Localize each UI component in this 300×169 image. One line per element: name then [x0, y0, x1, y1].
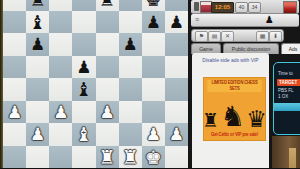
chess-sets-ad[interactable]: LIMITED EDITION CHESS SETS ♜ ♞ ♛ Get Cel…	[203, 77, 266, 141]
rook-silhouette-icon: ♜	[203, 111, 219, 130]
square-f3[interactable]	[119, 101, 142, 124]
square-g1[interactable]: ♚	[142, 146, 165, 169]
square-d1[interactable]	[72, 146, 95, 169]
white-pawn[interactable]: ♟	[142, 123, 165, 146]
white-rook[interactable]: ♜	[119, 146, 142, 169]
square-c7[interactable]	[49, 11, 72, 34]
chess-app-window: ♜♜♚♝♟♟♟♟♟♝♟♟♟♟♝♟♟♜♜♚ 12:05 40 34 ≡ ♟ ⚑▤✕…	[0, 0, 300, 168]
black-player-avatar[interactable]	[283, 1, 297, 14]
square-f8[interactable]	[119, 0, 142, 11]
black-pawn[interactable]: ♟	[72, 56, 95, 79]
knight-silhouette-icon: ♞	[220, 104, 245, 130]
download-button[interactable]: ⬇	[269, 31, 282, 42]
square-h8[interactable]	[165, 0, 188, 11]
side-ad-target-badge: TARGET	[277, 79, 300, 86]
move-list-icon[interactable]: ≡	[195, 16, 199, 24]
square-g5[interactable]	[142, 56, 165, 79]
square-e4[interactable]	[96, 78, 119, 101]
side-ad-widget[interactable]: Time to TARGET PBS FL 1 OX	[273, 62, 300, 135]
square-c8[interactable]	[49, 0, 72, 11]
square-f2[interactable]	[119, 123, 142, 146]
square-f5[interactable]	[119, 56, 142, 79]
square-c4[interactable]	[49, 78, 72, 101]
square-b3[interactable]	[26, 101, 49, 124]
white-pawn[interactable]: ♟	[26, 123, 49, 146]
square-c3[interactable]: ♟	[49, 101, 72, 124]
square-a8[interactable]	[3, 0, 26, 11]
square-d3[interactable]	[72, 101, 95, 124]
wood-background	[272, 136, 300, 168]
film-button[interactable]: ▤	[208, 31, 221, 42]
square-h3[interactable]	[165, 101, 188, 124]
square-a6[interactable]	[3, 33, 26, 56]
square-d6[interactable]	[72, 33, 95, 56]
ads-panel: Disable side ads with VIP LIMITED EDITIO…	[192, 53, 269, 168]
flag-button[interactable]: ⚑	[195, 31, 208, 42]
white-pawn[interactable]: ♟	[3, 101, 26, 124]
square-e6[interactable]	[96, 33, 119, 56]
square-e1[interactable]: ♜	[96, 146, 119, 169]
side-ad-highlight-band	[274, 103, 300, 111]
tab-ads[interactable]: Ads	[281, 43, 300, 54]
game-toolbar: ⚑▤✕▦⬇	[191, 29, 284, 42]
square-e3[interactable]: ♟	[96, 101, 119, 124]
square-h6[interactable]	[165, 33, 188, 56]
square-h7[interactable]: ♟	[165, 11, 188, 34]
white-pawn[interactable]: ♟	[96, 101, 119, 124]
black-rook[interactable]: ♜	[96, 0, 119, 11]
square-b1[interactable]	[26, 146, 49, 169]
square-a1[interactable]	[3, 146, 26, 169]
square-a3[interactable]: ♟	[3, 101, 26, 124]
square-b6[interactable]: ♟	[26, 33, 49, 56]
square-g6[interactable]	[142, 33, 165, 56]
square-b5[interactable]	[26, 56, 49, 79]
rating-button[interactable]: 34	[248, 2, 261, 13]
grid-button[interactable]: ▦	[256, 31, 269, 42]
square-e8[interactable]: ♜	[96, 0, 119, 11]
moves-bar: ≡ ♟	[191, 14, 299, 27]
square-e5[interactable]	[96, 56, 119, 79]
move-count-button[interactable]: 40	[235, 2, 248, 13]
black-bishop[interactable]: ♝	[26, 11, 49, 34]
square-b2[interactable]: ♟	[26, 123, 49, 146]
black-pawn[interactable]: ♟	[142, 11, 165, 34]
ad-cta-text[interactable]: Get Celtic or VIP pre sale!	[206, 132, 264, 137]
player-bar: 12:05 40 34	[191, 0, 299, 14]
square-f6[interactable]: ♟	[119, 33, 142, 56]
square-c5[interactable]	[49, 56, 72, 79]
white-pawn[interactable]: ♟	[49, 101, 72, 124]
square-a4[interactable]	[3, 78, 26, 101]
square-h4[interactable]	[165, 78, 188, 101]
white-pawn[interactable]: ♟	[165, 123, 188, 146]
black-bishop[interactable]: ♝	[72, 78, 95, 101]
black-pawn[interactable]: ♟	[26, 33, 49, 56]
white-king[interactable]: ♚	[142, 146, 165, 169]
square-b8[interactable]: ♜	[26, 0, 49, 11]
square-g4[interactable]	[142, 78, 165, 101]
square-d7[interactable]	[72, 11, 95, 34]
square-h5[interactable]	[165, 56, 188, 79]
black-king[interactable]: ♚	[142, 0, 165, 11]
black-pawn[interactable]: ♟	[165, 11, 188, 34]
black-pawn[interactable]: ♟	[119, 33, 142, 56]
side-ad-line3: 1 OX	[274, 94, 300, 100]
square-e2[interactable]	[96, 123, 119, 146]
square-g8[interactable]: ♚	[142, 0, 165, 11]
square-d5[interactable]: ♟	[72, 56, 95, 79]
square-g2[interactable]: ♟	[142, 123, 165, 146]
square-d8[interactable]	[72, 0, 95, 11]
square-c6[interactable]	[49, 33, 72, 56]
square-f1[interactable]: ♜	[119, 146, 142, 169]
player-bar-mini-icon[interactable]	[194, 2, 199, 11]
square-f7[interactable]	[119, 11, 142, 34]
square-b7[interactable]: ♝	[26, 11, 49, 34]
square-e7[interactable]	[96, 11, 119, 34]
square-b4[interactable]	[26, 78, 49, 101]
black-pawn-turn-icon: ♟	[265, 14, 274, 26]
square-h2[interactable]: ♟	[165, 123, 188, 146]
close-button[interactable]: ✕	[221, 31, 234, 42]
square-d4[interactable]: ♝	[72, 78, 95, 101]
wood-strip	[289, 148, 296, 168]
square-c2[interactable]	[49, 123, 72, 146]
white-rook[interactable]: ♜	[96, 146, 119, 169]
side-ad-line1: Time to	[274, 71, 300, 77]
square-a2[interactable]	[3, 123, 26, 146]
square-a5[interactable]	[3, 56, 26, 79]
square-g3[interactable]	[142, 101, 165, 124]
black-rook[interactable]: ♜	[26, 0, 49, 11]
ad-headline: LIMITED EDITION CHESS SETS	[207, 80, 261, 92]
square-g7[interactable]: ♟	[142, 11, 165, 34]
white-clock: 12:05	[211, 2, 234, 13]
square-d2[interactable]: ♝	[72, 123, 95, 146]
chess-board: ♜♜♚♝♟♟♟♟♟♝♟♟♟♟♝♟♟♜♜♚	[3, 0, 188, 168]
square-f4[interactable]	[119, 78, 142, 101]
square-c1[interactable]	[49, 146, 72, 169]
ad-piece-silhouettes: ♜ ♞ ♛	[204, 92, 265, 130]
panel-tabs: Game Public discussion Ads	[191, 43, 300, 53]
disable-ads-vip-link[interactable]: Disable side ads with VIP	[192, 57, 269, 63]
square-h1[interactable]	[165, 146, 188, 169]
white-bishop[interactable]: ♝	[72, 123, 95, 146]
square-a7[interactable]	[3, 11, 26, 34]
chess-board-area: ♜♜♚♝♟♟♟♟♟♝♟♟♟♟♝♟♟♜♜♚	[3, 0, 188, 168]
queen-silhouette-icon: ♛	[246, 108, 266, 130]
